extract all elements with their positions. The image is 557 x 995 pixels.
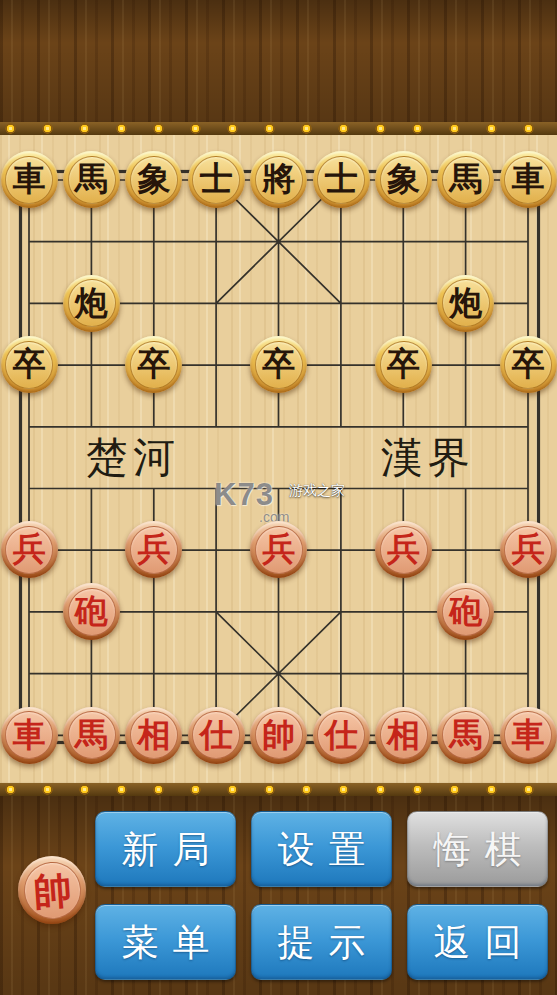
piece-black-soldier[interactable]: 卒 — [250, 336, 307, 393]
piece-character: 帥 — [255, 711, 303, 759]
piece-character: 將 — [255, 156, 303, 204]
piece-red-soldier[interactable]: 兵 — [500, 521, 557, 578]
piece-character: 馬 — [68, 156, 116, 204]
piece-character: 砲 — [442, 588, 490, 636]
piece-red-general[interactable]: 帥 — [250, 707, 307, 764]
rivet-strip-top — [0, 122, 557, 135]
xiangqi-board[interactable]: 楚河 漢界 K73 .com 游戏之家 車馬象士將士象馬車炮炮卒卒卒卒卒兵兵兵兵… — [0, 135, 557, 783]
piece-red-chariot[interactable]: 車 — [1, 707, 58, 764]
piece-character: 車 — [504, 156, 552, 204]
piece-character: 兵 — [255, 526, 303, 574]
piece-black-horse[interactable]: 馬 — [437, 151, 494, 208]
piece-character: 馬 — [442, 156, 490, 204]
hint-button[interactable]: 提示 — [251, 904, 392, 980]
piece-red-chariot[interactable]: 車 — [500, 707, 557, 764]
piece-red-horse[interactable]: 馬 — [437, 707, 494, 764]
piece-black-elephant[interactable]: 象 — [375, 151, 432, 208]
piece-black-advisor[interactable]: 士 — [188, 151, 245, 208]
turn-indicator-character: 帥 — [22, 860, 83, 921]
piece-black-elephant[interactable]: 象 — [125, 151, 182, 208]
piece-black-cannon[interactable]: 炮 — [63, 275, 120, 332]
piece-black-soldier[interactable]: 卒 — [1, 336, 58, 393]
piece-character: 卒 — [380, 341, 428, 389]
piece-red-advisor[interactable]: 仕 — [313, 707, 370, 764]
piece-character: 卒 — [130, 341, 178, 389]
piece-black-general[interactable]: 將 — [250, 151, 307, 208]
piece-red-elephant[interactable]: 相 — [125, 707, 182, 764]
piece-character: 象 — [380, 156, 428, 204]
top-wood-frame — [0, 0, 557, 122]
piece-character: 車 — [5, 156, 53, 204]
xiangqi-app-screen: 楚河 漢界 K73 .com 游戏之家 車馬象士將士象馬車炮炮卒卒卒卒卒兵兵兵兵… — [0, 0, 557, 995]
piece-black-chariot[interactable]: 車 — [1, 151, 58, 208]
piece-character: 兵 — [504, 526, 552, 574]
rivet-strip-bottom — [0, 783, 557, 796]
settings-button[interactable]: 设置 — [251, 811, 392, 887]
piece-character: 兵 — [380, 526, 428, 574]
piece-black-horse[interactable]: 馬 — [63, 151, 120, 208]
piece-red-elephant[interactable]: 相 — [375, 707, 432, 764]
back-button[interactable]: 返回 — [407, 904, 548, 980]
piece-red-soldier[interactable]: 兵 — [375, 521, 432, 578]
piece-red-soldier[interactable]: 兵 — [125, 521, 182, 578]
piece-red-cannon[interactable]: 砲 — [63, 583, 120, 640]
piece-character: 卒 — [5, 341, 53, 389]
piece-black-cannon[interactable]: 炮 — [437, 275, 494, 332]
piece-character: 炮 — [442, 279, 490, 327]
piece-black-chariot[interactable]: 車 — [500, 151, 557, 208]
piece-red-advisor[interactable]: 仕 — [188, 707, 245, 764]
piece-character: 砲 — [68, 588, 116, 636]
piece-character: 相 — [130, 711, 178, 759]
piece-character: 仕 — [192, 711, 240, 759]
piece-character: 士 — [192, 156, 240, 204]
piece-character: 車 — [504, 711, 552, 759]
piece-character: 車 — [5, 711, 53, 759]
piece-character: 兵 — [5, 526, 53, 574]
piece-character: 兵 — [130, 526, 178, 574]
piece-character: 馬 — [68, 711, 116, 759]
piece-black-advisor[interactable]: 士 — [313, 151, 370, 208]
control-button-grid: 新局 设置 悔棋 菜单 提示 返回 — [95, 811, 548, 980]
piece-character: 相 — [380, 711, 428, 759]
piece-black-soldier[interactable]: 卒 — [375, 336, 432, 393]
undo-button[interactable]: 悔棋 — [407, 811, 548, 887]
piece-black-soldier[interactable]: 卒 — [125, 336, 182, 393]
menu-button[interactable]: 菜单 — [95, 904, 236, 980]
piece-character: 卒 — [255, 341, 303, 389]
piece-character: 馬 — [442, 711, 490, 759]
piece-red-horse[interactable]: 馬 — [63, 707, 120, 764]
new-game-button[interactable]: 新局 — [95, 811, 236, 887]
piece-layer: 車馬象士將士象馬車炮炮卒卒卒卒卒兵兵兵兵兵砲砲車馬相仕帥仕相馬車 — [0, 149, 557, 766]
piece-character: 象 — [130, 156, 178, 204]
piece-red-cannon[interactable]: 砲 — [437, 583, 494, 640]
turn-indicator-piece: 帥 — [18, 856, 86, 924]
piece-character: 仕 — [317, 711, 365, 759]
piece-red-soldier[interactable]: 兵 — [250, 521, 307, 578]
piece-character: 卒 — [504, 341, 552, 389]
piece-red-soldier[interactable]: 兵 — [1, 521, 58, 578]
piece-character: 士 — [317, 156, 365, 204]
piece-character: 炮 — [68, 279, 116, 327]
piece-black-soldier[interactable]: 卒 — [500, 336, 557, 393]
